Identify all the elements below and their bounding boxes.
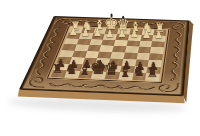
piece-white-pawn[interactable]: ♟ [105,29,114,39]
piece-white-pawn[interactable]: ♟ [154,30,163,40]
piece-white-pawn[interactable]: ♟ [117,29,126,39]
piece-white-pawn[interactable]: ♟ [81,28,90,38]
piece-white-pawn[interactable]: ♟ [93,28,102,38]
pieces-layer: ♜♞♝♚♛♝♞♜♟♟♟♟♟♟♟♟♟♟♟♟♟♟♟♟♜♞♝♚♛♝♞♜ [0,0,200,136]
piece-black-queen[interactable]: ♛ [104,61,119,78]
piece-black-rook[interactable]: ♜ [147,67,159,80]
piece-black-knight[interactable]: ♞ [65,63,77,77]
piece-black-bishop[interactable]: ♝ [119,64,132,78]
piece-white-pawn[interactable]: ♟ [68,27,77,37]
chess-set-photo: ♜♞♝♚♛♝♞♜♟♟♟♟♟♟♟♟♟♟♟♟♟♟♟♟♜♞♝♚♛♝♞♜ [0,0,200,136]
piece-black-knight[interactable]: ♞ [132,65,144,79]
piece-white-pawn[interactable]: ♟ [142,30,151,40]
piece-black-rook[interactable]: ♜ [52,63,63,76]
piece-white-pawn[interactable]: ♟ [130,29,139,39]
